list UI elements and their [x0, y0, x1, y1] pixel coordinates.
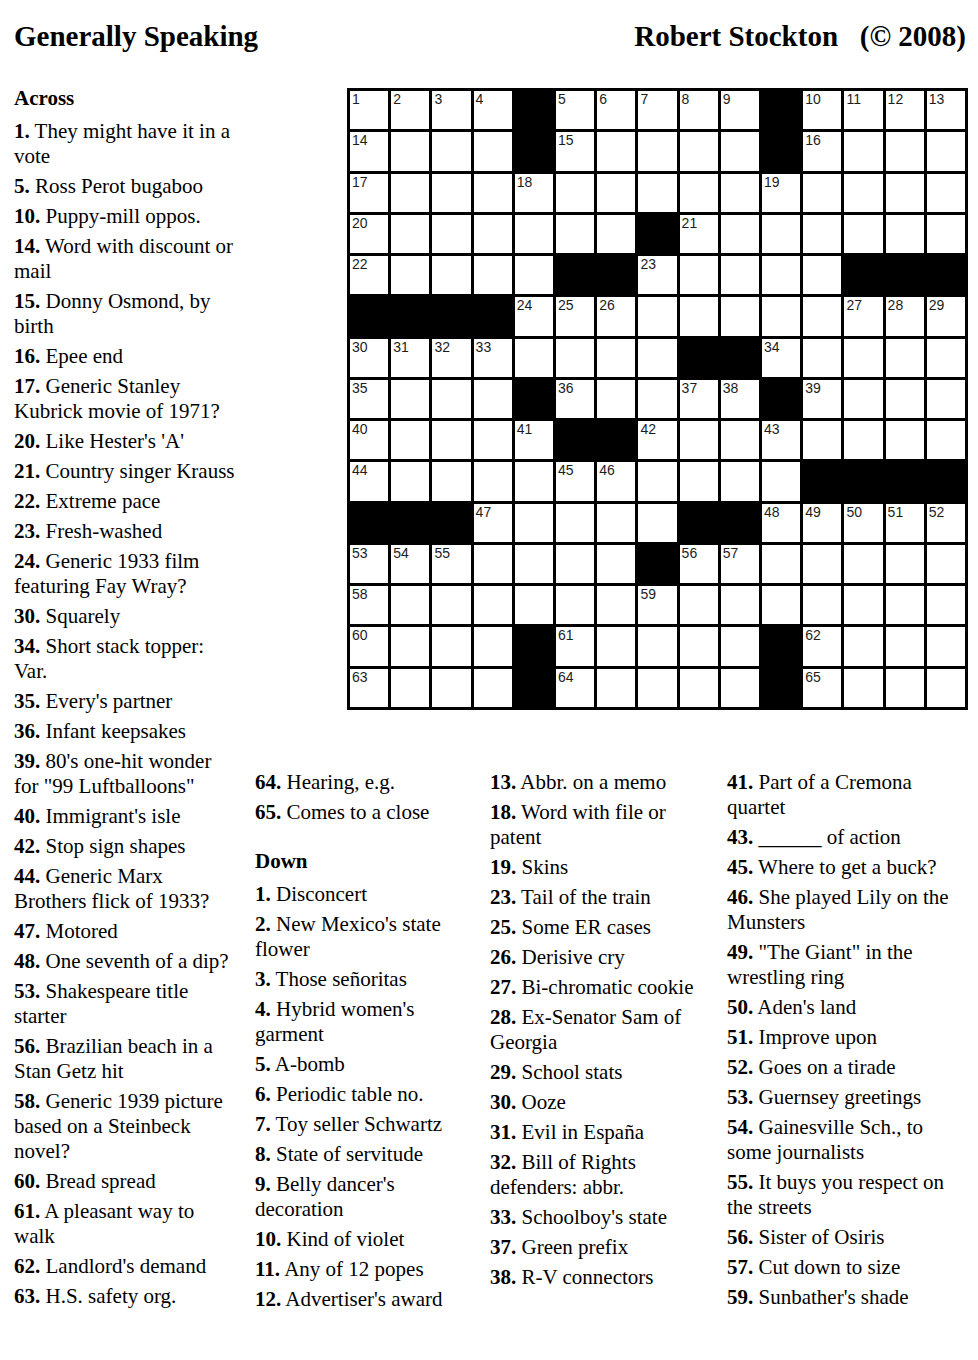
grid-cell[interactable]: 13	[927, 91, 965, 129]
clue-down-11: 11. Any of 12 popes	[255, 1257, 460, 1282]
clue-text: 80's one-hit wonder for "99 Luftballoons…	[14, 749, 211, 798]
grid-cell[interactable]	[432, 215, 470, 253]
grid-cell[interactable]: 50	[844, 504, 882, 542]
clue-number: 31.	[490, 1120, 516, 1144]
clue-column-4: 41. Part of a Cremona quartet43. ______ …	[727, 770, 949, 1315]
grid-cell[interactable]	[803, 297, 841, 335]
clue-text: Belly dancer's decoration	[255, 1172, 395, 1221]
cell-number: 12	[888, 92, 904, 107]
grid-cell[interactable]	[762, 297, 800, 335]
clue-text: Generic 1933 film featuring Fay Wray?	[14, 549, 199, 598]
grid-cell[interactable]: 1	[350, 91, 388, 129]
grid-cell[interactable]	[886, 174, 924, 212]
grid-cell[interactable]	[391, 256, 429, 294]
grid-cell[interactable]	[515, 215, 553, 253]
grid-cell[interactable]	[432, 627, 470, 665]
grid-cell[interactable]	[844, 545, 882, 583]
grid-cell-black	[597, 421, 635, 459]
grid-cell[interactable]: 48	[762, 504, 800, 542]
grid-cell[interactable]: 3	[432, 91, 470, 129]
grid-cell[interactable]	[886, 380, 924, 418]
grid-cell[interactable]: 15	[556, 132, 594, 170]
cell-number: 41	[517, 422, 533, 437]
grid-cell[interactable]: 52	[927, 504, 965, 542]
clue-down-41: 41. Part of a Cremona quartet	[727, 770, 949, 820]
grid-cell[interactable]: 11	[844, 91, 882, 129]
clue-number: 36.	[14, 719, 40, 743]
grid-cell[interactable]	[844, 339, 882, 377]
clue-across-47: 47. Motored	[14, 919, 236, 944]
grid-cell[interactable]	[721, 462, 759, 500]
grid-cell[interactable]	[762, 215, 800, 253]
grid-cell[interactable]	[391, 215, 429, 253]
grid-cell[interactable]	[844, 627, 882, 665]
clue-number: 10.	[255, 1227, 281, 1251]
clue-across-39: 39. 80's one-hit wonder for "99 Luftball…	[14, 749, 236, 799]
clue-number: 65.	[255, 800, 281, 824]
clue-text: She played Lily on the Munsters	[727, 885, 949, 934]
grid-cell[interactable]	[803, 174, 841, 212]
grid-cell[interactable]	[886, 627, 924, 665]
clue-number: 21.	[14, 459, 40, 483]
grid-cell[interactable]	[844, 421, 882, 459]
grid-cell[interactable]	[474, 215, 512, 253]
grid-cell[interactable]	[762, 462, 800, 500]
grid-cell[interactable]	[597, 586, 635, 624]
grid-cell-black	[515, 91, 553, 129]
grid-cell[interactable]	[391, 421, 429, 459]
grid-cell-black	[886, 462, 924, 500]
grid-cell[interactable]: 63	[350, 669, 388, 707]
grid-cell[interactable]: 47	[474, 504, 512, 542]
grid-cell[interactable]	[474, 380, 512, 418]
clue-number: 15.	[14, 289, 40, 313]
clue-down-57: 57. Cut down to size	[727, 1255, 949, 1280]
clue-down-33: 33. Schoolboy's state	[490, 1205, 702, 1230]
cell-number: 31	[393, 340, 409, 355]
grid-cell[interactable]	[803, 586, 841, 624]
clue-across-30: 30. Squarely	[14, 604, 236, 629]
clue-text: Periodic table no.	[271, 1082, 424, 1106]
clue-number: 11.	[255, 1257, 280, 1281]
grid-cell[interactable]: 38	[721, 380, 759, 418]
clue-down-19: 19. Skins	[490, 855, 702, 880]
grid-cell[interactable]: 9	[721, 91, 759, 129]
grid-cell[interactable]: 51	[886, 504, 924, 542]
grid-cell[interactable]: 43	[762, 421, 800, 459]
grid-cell[interactable]: 30	[350, 339, 388, 377]
clue-down-9: 9. Belly dancer's decoration	[255, 1172, 460, 1222]
grid-cell[interactable]	[432, 669, 470, 707]
grid-cell[interactable]	[844, 174, 882, 212]
grid-cell[interactable]: 12	[886, 91, 924, 129]
clue-text: Bread spread	[40, 1169, 155, 1193]
clue-across-48: 48. One seventh of a dip?	[14, 949, 236, 974]
grid-cell-black	[474, 297, 512, 335]
grid-cell[interactable]	[638, 174, 676, 212]
grid-cell[interactable]: 65	[803, 669, 841, 707]
grid-cell[interactable]	[721, 297, 759, 335]
grid-cell[interactable]	[886, 215, 924, 253]
grid-cell[interactable]	[638, 462, 676, 500]
grid-cell[interactable]	[680, 256, 718, 294]
cell-number: 3	[434, 92, 442, 107]
grid-cell[interactable]: 17	[350, 174, 388, 212]
grid-cell[interactable]	[721, 586, 759, 624]
grid-cell[interactable]: 58	[350, 586, 388, 624]
clue-number: 8.	[255, 1142, 271, 1166]
grid-cell[interactable]	[680, 297, 718, 335]
clue-down-53: 53. Guernsey greetings	[727, 1085, 949, 1110]
clue-across-15: 15. Donny Osmond, by birth	[14, 289, 236, 339]
clue-number: 18.	[490, 800, 516, 824]
grid-cell[interactable]: 32	[432, 339, 470, 377]
grid-cell[interactable]: 42	[638, 421, 676, 459]
grid-cell[interactable]: 22	[350, 256, 388, 294]
cell-number: 11	[846, 92, 861, 107]
grid-cell[interactable]: 20	[350, 215, 388, 253]
grid-cell[interactable]	[638, 380, 676, 418]
grid-cell[interactable]	[432, 256, 470, 294]
grid-cell[interactable]	[803, 545, 841, 583]
grid-cell[interactable]	[432, 462, 470, 500]
grid-cell[interactable]	[886, 132, 924, 170]
grid-cell[interactable]: 16	[803, 132, 841, 170]
grid-cell[interactable]	[927, 627, 965, 665]
clue-down-2: 2. New Mexico's state flower	[255, 912, 460, 962]
grid-cell[interactable]	[432, 174, 470, 212]
grid-cell[interactable]	[927, 215, 965, 253]
grid-cell[interactable]	[927, 586, 965, 624]
clue-across-34: 34. Short stack topper: Var.	[14, 634, 236, 684]
grid-cell[interactable]: 35	[350, 380, 388, 418]
grid-cell[interactable]	[432, 380, 470, 418]
grid-cell[interactable]: 34	[762, 339, 800, 377]
grid-cell[interactable]	[391, 627, 429, 665]
grid-cell[interactable]	[721, 627, 759, 665]
grid-cell[interactable]	[515, 339, 553, 377]
grid-cell[interactable]	[721, 132, 759, 170]
clue-number: 53.	[727, 1085, 753, 1109]
clue-number: 38.	[490, 1265, 516, 1289]
cell-number: 53	[352, 546, 368, 561]
clue-text: R-V connectors	[516, 1265, 653, 1289]
grid-cell[interactable]: 21	[680, 215, 718, 253]
grid-cell[interactable]	[721, 421, 759, 459]
grid-cell[interactable]: 56	[680, 545, 718, 583]
clue-across-56: 56. Brazilian beach in a Stan Getz hit	[14, 1034, 236, 1084]
grid-cell[interactable]	[638, 339, 676, 377]
grid-cell[interactable]	[886, 421, 924, 459]
grid-cell[interactable]	[638, 627, 676, 665]
grid-cell[interactable]	[474, 462, 512, 500]
grid-cell[interactable]: 49	[803, 504, 841, 542]
clue-number: 46.	[727, 885, 753, 909]
grid-cell[interactable]: 25	[556, 297, 594, 335]
clue-down-23: 23. Tail of the train	[490, 885, 702, 910]
grid-cell[interactable]	[556, 545, 594, 583]
clue-text: Every's partner	[40, 689, 172, 713]
grid-cell[interactable]: 57	[721, 545, 759, 583]
grid-cell[interactable]	[597, 339, 635, 377]
grid-cell-black	[515, 132, 553, 170]
clue-across-14: 14. Word with discount or mail	[14, 234, 236, 284]
grid-cell[interactable]: 24	[515, 297, 553, 335]
clue-number: 64.	[255, 770, 281, 794]
cell-number: 19	[764, 175, 780, 190]
grid-cell[interactable]	[638, 504, 676, 542]
cell-number: 59	[640, 587, 656, 602]
grid-cell[interactable]	[597, 669, 635, 707]
grid-cell[interactable]	[680, 669, 718, 707]
grid-cell[interactable]	[927, 174, 965, 212]
grid-cell[interactable]: 45	[556, 462, 594, 500]
grid-cell[interactable]	[556, 504, 594, 542]
grid-cell[interactable]	[391, 586, 429, 624]
grid-cell[interactable]	[474, 586, 512, 624]
grid-cell[interactable]	[597, 380, 635, 418]
clue-text: Any of 12 popes	[280, 1257, 424, 1281]
clue-down-50: 50. Aden's land	[727, 995, 949, 1020]
grid-cell[interactable]	[927, 545, 965, 583]
grid-cell[interactable]: 37	[680, 380, 718, 418]
clue-text: Where to get a buck?	[753, 855, 936, 879]
grid-cell[interactable]	[844, 380, 882, 418]
grid-cell[interactable]: 6	[597, 91, 635, 129]
grid-cell-black	[350, 297, 388, 335]
grid-cell[interactable]: 5	[556, 91, 594, 129]
grid-cell[interactable]	[474, 669, 512, 707]
grid-cell[interactable]	[803, 256, 841, 294]
grid-cell[interactable]	[927, 421, 965, 459]
clue-down-25: 25. Some ER cases	[490, 915, 702, 940]
grid-cell[interactable]	[927, 669, 965, 707]
cell-number: 4	[476, 92, 484, 107]
grid-cell[interactable]: 18	[515, 174, 553, 212]
grid-cell[interactable]	[721, 215, 759, 253]
grid-cell[interactable]	[680, 462, 718, 500]
grid-cell[interactable]	[474, 421, 512, 459]
clue-across-5: 5. Ross Perot bugaboo	[14, 174, 236, 199]
clue-text: New Mexico's state flower	[255, 912, 441, 961]
grid-cell[interactable]: 31	[391, 339, 429, 377]
clue-text: Generic 1939 picture based on a Steinbec…	[14, 1089, 223, 1163]
clue-across-20: 20. Like Hester's 'A'	[14, 429, 236, 454]
grid-cell[interactable]	[803, 339, 841, 377]
clue-number: 37.	[490, 1235, 516, 1259]
grid-cell[interactable]	[680, 174, 718, 212]
clue-number: 27.	[490, 975, 516, 999]
clue-number: 48.	[14, 949, 40, 973]
clue-text: Extreme pace	[40, 489, 160, 513]
clue-down-46: 46. She played Lily on the Munsters	[727, 885, 949, 935]
grid-cell[interactable]: 33	[474, 339, 512, 377]
grid-cell[interactable]	[556, 339, 594, 377]
grid-cell[interactable]	[391, 669, 429, 707]
grid-cell[interactable]	[515, 256, 553, 294]
clue-text: Shakespeare title starter	[14, 979, 188, 1028]
clue-text: Green prefix	[516, 1235, 628, 1259]
grid-cell[interactable]	[432, 421, 470, 459]
grid-cell[interactable]: 27	[844, 297, 882, 335]
grid-cell[interactable]	[597, 215, 635, 253]
grid-cell[interactable]: 55	[432, 545, 470, 583]
grid-cell-black	[515, 627, 553, 665]
grid-cell[interactable]	[927, 380, 965, 418]
grid-cell[interactable]	[556, 586, 594, 624]
clue-number: 53.	[14, 979, 40, 1003]
clue-text: Country singer Krauss	[40, 459, 234, 483]
grid-cell[interactable]	[721, 256, 759, 294]
grid-cell[interactable]: 10	[803, 91, 841, 129]
cell-number: 37	[682, 381, 698, 396]
grid-cell[interactable]: 39	[803, 380, 841, 418]
grid-cell[interactable]	[762, 256, 800, 294]
grid-cell[interactable]	[803, 215, 841, 253]
grid-cell[interactable]	[391, 174, 429, 212]
grid-cell[interactable]	[432, 132, 470, 170]
grid-cell[interactable]	[474, 132, 512, 170]
grid-cell[interactable]: 8	[680, 91, 718, 129]
grid-cell[interactable]	[515, 462, 553, 500]
grid-cell[interactable]	[597, 545, 635, 583]
grid-cell[interactable]	[474, 627, 512, 665]
grid-cell[interactable]	[762, 586, 800, 624]
grid-cell[interactable]: 19	[762, 174, 800, 212]
grid-cell[interactable]	[886, 339, 924, 377]
clue-across-35: 35. Every's partner	[14, 689, 236, 714]
clue-number: 23.	[490, 885, 516, 909]
grid-cell[interactable]: 7	[638, 91, 676, 129]
grid-cell[interactable]: 14	[350, 132, 388, 170]
grid-cell[interactable]: 2	[391, 91, 429, 129]
cell-number: 49	[805, 505, 821, 520]
clue-number: 14.	[14, 234, 40, 258]
grid-cell[interactable]: 26	[597, 297, 635, 335]
grid-cell-black	[556, 421, 594, 459]
grid-cell[interactable]	[886, 669, 924, 707]
cell-number: 54	[393, 546, 409, 561]
grid-cell[interactable]	[927, 339, 965, 377]
grid-cell[interactable]: 36	[556, 380, 594, 418]
grid-cell[interactable]: 41	[515, 421, 553, 459]
grid-cell[interactable]	[474, 256, 512, 294]
clue-down-29: 29. School stats	[490, 1060, 702, 1085]
grid-cell[interactable]: 29	[927, 297, 965, 335]
grid-cell[interactable]	[886, 586, 924, 624]
cell-number: 27	[846, 298, 862, 313]
grid-cell[interactable]: 64	[556, 669, 594, 707]
clue-down-13: 13. Abbr. on a memo	[490, 770, 702, 795]
cell-number: 36	[558, 381, 574, 396]
clue-text: Bi-chromatic cookie	[516, 975, 693, 999]
puzzle-title: Generally Speaking	[14, 20, 258, 53]
clue-text: H.S. safety org.	[40, 1284, 176, 1308]
grid-cell[interactable]	[474, 174, 512, 212]
clue-text: Derisive cry	[516, 945, 624, 969]
grid-cell[interactable]: 53	[350, 545, 388, 583]
clue-number: 34.	[14, 634, 40, 658]
clue-number: 61.	[14, 1199, 40, 1223]
cell-number: 30	[352, 340, 368, 355]
grid-cell[interactable]	[886, 545, 924, 583]
grid-cell-black	[721, 339, 759, 377]
clue-number: 26.	[490, 945, 516, 969]
cell-number: 38	[723, 381, 739, 396]
grid-cell[interactable]	[556, 174, 594, 212]
grid-cell[interactable]: 54	[391, 545, 429, 583]
grid-cell[interactable]	[391, 380, 429, 418]
grid-cell-black	[432, 504, 470, 542]
clue-text: Ross Perot bugaboo	[30, 174, 203, 198]
grid-cell[interactable]: 62	[803, 627, 841, 665]
grid-cell[interactable]	[638, 132, 676, 170]
grid-cell[interactable]: 59	[638, 586, 676, 624]
grid-cell[interactable]	[556, 215, 594, 253]
clue-number: 10.	[14, 204, 40, 228]
grid-cell[interactable]	[803, 421, 841, 459]
grid-cell[interactable]	[391, 132, 429, 170]
grid-cell[interactable]: 4	[474, 91, 512, 129]
clue-text: Word with file or patent	[490, 800, 666, 849]
grid-cell[interactable]	[721, 174, 759, 212]
grid-cell[interactable]	[638, 297, 676, 335]
clue-number: 1.	[255, 882, 271, 906]
grid-cell[interactable]	[391, 462, 429, 500]
grid-cell[interactable]	[515, 586, 553, 624]
grid-cell[interactable]	[844, 586, 882, 624]
grid-cell[interactable]	[597, 132, 635, 170]
grid-cell-black	[844, 256, 882, 294]
grid-cell[interactable]	[680, 132, 718, 170]
clue-text: Epee end	[40, 344, 123, 368]
grid-cell[interactable]	[474, 545, 512, 583]
grid-cell[interactable]	[597, 174, 635, 212]
grid-cell[interactable]	[638, 669, 676, 707]
grid-cell[interactable]: 44	[350, 462, 388, 500]
grid-cell[interactable]	[515, 545, 553, 583]
grid-cell[interactable]	[680, 421, 718, 459]
clue-text: Infant keepsakes	[40, 719, 186, 743]
grid-cell[interactable]	[721, 669, 759, 707]
grid-cell[interactable]: 40	[350, 421, 388, 459]
grid-cell[interactable]: 28	[886, 297, 924, 335]
grid-cell[interactable]	[515, 504, 553, 542]
grid-cell[interactable]	[432, 586, 470, 624]
grid-cell[interactable]	[680, 586, 718, 624]
grid-cell-black	[762, 132, 800, 170]
grid-cell[interactable]	[597, 627, 635, 665]
clue-text: Puppy-mill oppos.	[40, 204, 200, 228]
grid-cell[interactable]	[844, 132, 882, 170]
grid-cell[interactable]	[762, 545, 800, 583]
grid-cell[interactable]	[844, 669, 882, 707]
clue-across-62: 62. Landlord's demand	[14, 1254, 236, 1279]
grid-cell[interactable]	[927, 132, 965, 170]
clue-text: Hybrid women's garment	[255, 997, 415, 1046]
cell-number: 39	[805, 381, 821, 396]
grid-cell[interactable]: 46	[597, 462, 635, 500]
clue-down-26: 26. Derisive cry	[490, 945, 702, 970]
grid-cell[interactable]	[680, 627, 718, 665]
grid-cell[interactable]: 61	[556, 627, 594, 665]
grid-cell[interactable]: 23	[638, 256, 676, 294]
grid-cell[interactable]: 60	[350, 627, 388, 665]
grid-cell[interactable]	[844, 215, 882, 253]
clue-number: 59.	[727, 1285, 753, 1309]
grid-cell[interactable]	[597, 504, 635, 542]
clue-text: A-bomb	[271, 1052, 345, 1076]
